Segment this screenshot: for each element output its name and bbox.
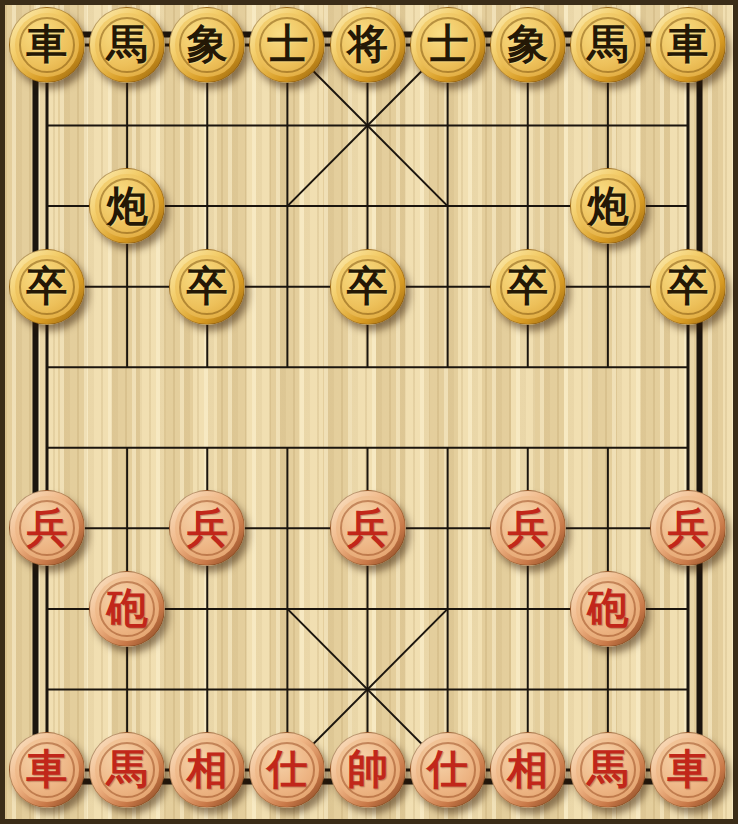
square-g7: 兵 [488, 488, 568, 569]
piece-character: 卒 [491, 250, 565, 324]
piece-red-soldier-g7[interactable]: 兵 [490, 490, 566, 566]
square-h3: 炮 [568, 166, 648, 247]
square-b10: 馬 [87, 730, 167, 811]
piece-red-soldier-e7[interactable]: 兵 [330, 490, 406, 566]
piece-character: 卒 [331, 250, 405, 324]
square-i1: 車 [648, 5, 728, 86]
square-e7: 兵 [327, 488, 407, 569]
square-g10: 相 [488, 730, 568, 811]
piece-character: 相 [170, 733, 244, 807]
square-b3: 炮 [87, 166, 167, 247]
piece-character: 兵 [10, 491, 84, 565]
piece-black-chariot-i1[interactable]: 車 [650, 7, 726, 83]
piece-black-chariot-a1[interactable]: 車 [9, 7, 85, 83]
square-e1: 将 [327, 5, 407, 86]
piece-red-advisor-d10[interactable]: 仕 [249, 732, 325, 808]
piece-black-advisor-f1[interactable]: 士 [410, 7, 486, 83]
square-e4: 卒 [327, 246, 407, 327]
piece-black-horse-b1[interactable]: 馬 [89, 7, 165, 83]
square-g4: 卒 [488, 246, 568, 327]
piece-character: 車 [10, 733, 84, 807]
square-h8: 砲 [568, 569, 648, 650]
square-h10: 馬 [568, 730, 648, 811]
square-e10: 帥 [327, 730, 407, 811]
piece-black-cannon-h3[interactable]: 炮 [570, 168, 646, 244]
piece-character: 馬 [90, 733, 164, 807]
piece-black-elephant-g1[interactable]: 象 [490, 7, 566, 83]
square-a10: 車 [7, 730, 87, 811]
piece-character: 炮 [90, 169, 164, 243]
square-d1: 士 [247, 5, 327, 86]
piece-red-chariot-i10[interactable]: 車 [650, 732, 726, 808]
piece-black-soldier-e4[interactable]: 卒 [330, 249, 406, 325]
square-c4: 卒 [167, 246, 247, 327]
square-a7: 兵 [7, 488, 87, 569]
piece-character: 馬 [90, 8, 164, 82]
square-c10: 相 [167, 730, 247, 811]
square-d10: 仕 [247, 730, 327, 811]
piece-red-cannon-b8[interactable]: 砲 [89, 571, 165, 647]
piece-character: 卒 [651, 250, 725, 324]
piece-red-soldier-a7[interactable]: 兵 [9, 490, 85, 566]
piece-red-cannon-h8[interactable]: 砲 [570, 571, 646, 647]
piece-character: 兵 [651, 491, 725, 565]
piece-red-horse-b10[interactable]: 馬 [89, 732, 165, 808]
piece-red-soldier-i7[interactable]: 兵 [650, 490, 726, 566]
square-c1: 象 [167, 5, 247, 86]
piece-character: 象 [170, 8, 244, 82]
piece-red-soldier-c7[interactable]: 兵 [169, 490, 245, 566]
square-g1: 象 [488, 5, 568, 86]
piece-black-soldier-i4[interactable]: 卒 [650, 249, 726, 325]
piece-red-chariot-a10[interactable]: 車 [9, 732, 85, 808]
square-a4: 卒 [7, 246, 87, 327]
pieces-layer: 車馬象士将士象馬車炮炮卒卒卒卒卒兵兵兵兵兵砲砲車馬相仕帥仕相馬車 [7, 5, 728, 810]
piece-character: 炮 [571, 169, 645, 243]
square-i7: 兵 [648, 488, 728, 569]
piece-character: 象 [491, 8, 565, 82]
square-b8: 砲 [87, 569, 167, 650]
piece-character: 仕 [250, 733, 324, 807]
square-i4: 卒 [648, 246, 728, 327]
piece-red-elephant-c10[interactable]: 相 [169, 732, 245, 808]
piece-character: 帥 [331, 733, 405, 807]
piece-character: 車 [651, 733, 725, 807]
piece-character: 車 [651, 8, 725, 82]
piece-black-advisor-d1[interactable]: 士 [249, 7, 325, 83]
piece-character: 相 [491, 733, 565, 807]
piece-character: 馬 [571, 8, 645, 82]
piece-red-horse-h10[interactable]: 馬 [570, 732, 646, 808]
piece-character: 車 [10, 8, 84, 82]
piece-character: 砲 [571, 572, 645, 646]
square-h1: 馬 [568, 5, 648, 86]
piece-black-horse-h1[interactable]: 馬 [570, 7, 646, 83]
piece-red-general-e10[interactable]: 帥 [330, 732, 406, 808]
piece-character: 卒 [10, 250, 84, 324]
piece-character: 士 [411, 8, 485, 82]
piece-character: 卒 [170, 250, 244, 324]
piece-black-soldier-g4[interactable]: 卒 [490, 249, 566, 325]
piece-black-elephant-c1[interactable]: 象 [169, 7, 245, 83]
piece-red-elephant-g10[interactable]: 相 [490, 732, 566, 808]
square-a1: 車 [7, 5, 87, 86]
piece-character: 兵 [331, 491, 405, 565]
square-f1: 士 [408, 5, 488, 86]
piece-character: 砲 [90, 572, 164, 646]
piece-black-soldier-c4[interactable]: 卒 [169, 249, 245, 325]
square-i10: 車 [648, 730, 728, 811]
square-b1: 馬 [87, 5, 167, 86]
piece-character: 将 [331, 8, 405, 82]
piece-red-advisor-f10[interactable]: 仕 [410, 732, 486, 808]
piece-black-general-e1[interactable]: 将 [330, 7, 406, 83]
piece-character: 兵 [170, 491, 244, 565]
xiangqi-board: 車馬象士将士象馬車炮炮卒卒卒卒卒兵兵兵兵兵砲砲車馬相仕帥仕相馬車 [0, 0, 738, 824]
piece-character: 仕 [411, 733, 485, 807]
piece-character: 兵 [491, 491, 565, 565]
square-c7: 兵 [167, 488, 247, 569]
piece-black-soldier-a4[interactable]: 卒 [9, 249, 85, 325]
piece-character: 士 [250, 8, 324, 82]
square-f10: 仕 [408, 730, 488, 811]
piece-character: 馬 [571, 733, 645, 807]
piece-black-cannon-b3[interactable]: 炮 [89, 168, 165, 244]
